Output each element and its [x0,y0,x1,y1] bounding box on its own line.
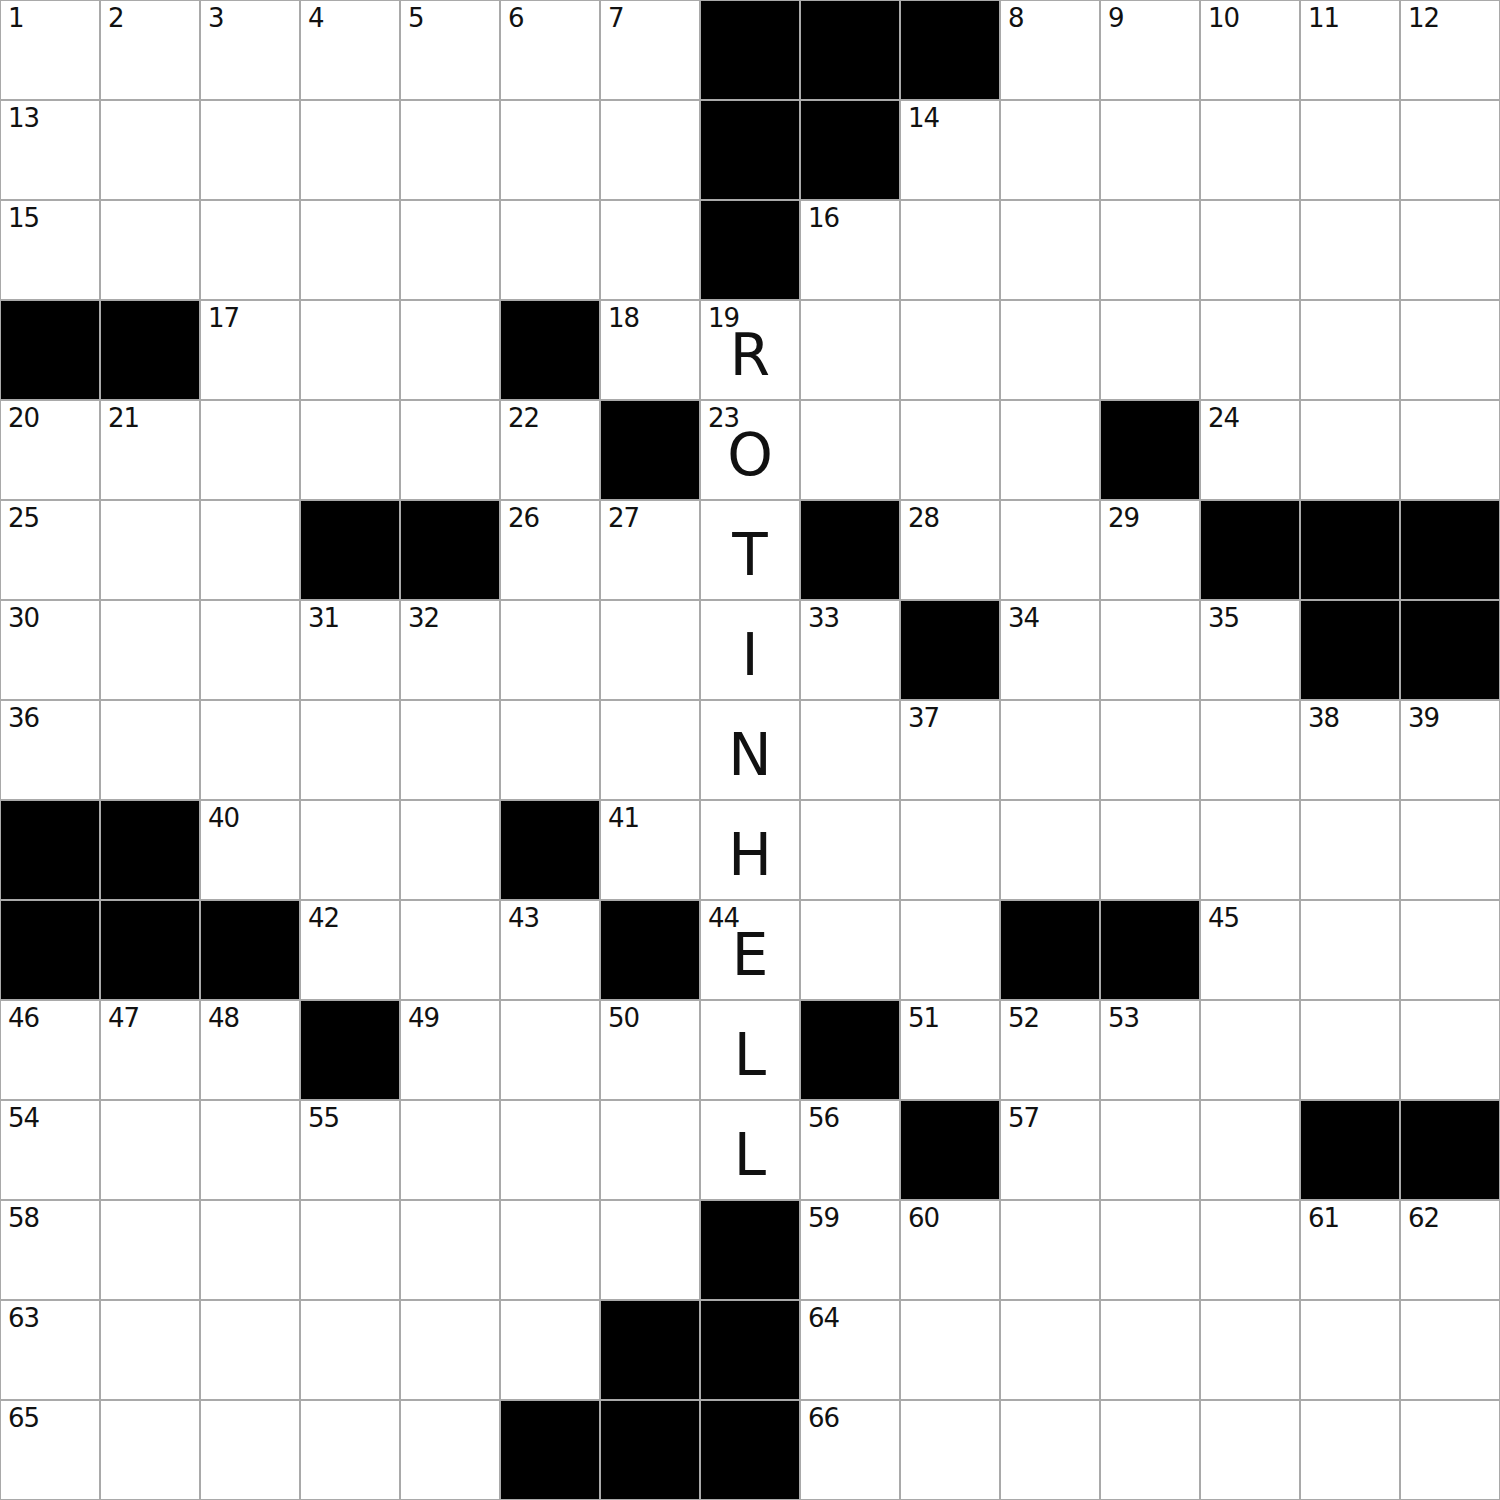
black-cell-r4c2 [100,300,200,400]
clue-number-39: 39 [1408,704,1439,733]
cell-r5c15[interactable] [1400,400,1500,500]
cell-r5c3[interactable] [200,400,300,500]
cell-r5c6[interactable]: 22 [500,400,600,500]
cell-r3c12[interactable] [1100,200,1200,300]
cell-r13c9[interactable]: 59 [800,1200,900,1300]
black-cell-r1c9 [800,0,900,100]
clue-number-31: 31 [308,604,339,633]
clue-number-59: 59 [808,1204,839,1233]
cell-r7c13[interactable]: 35 [1200,600,1300,700]
clue-number-57: 57 [1008,1104,1039,1133]
clue-number-51: 51 [908,1004,939,1033]
cell-r11c1[interactable]: 46 [0,1000,100,1100]
cell-r9c10[interactable] [900,800,1000,900]
cell-r4c4[interactable] [300,300,400,400]
cell-r14c11[interactable] [1000,1300,1100,1400]
cell-r8c13[interactable] [1200,700,1300,800]
black-cell-r10c1 [0,900,100,1000]
cell-r1c7[interactable]: 7 [600,0,700,100]
clue-number-56: 56 [808,1104,839,1133]
clue-number-12: 12 [1408,4,1439,33]
cell-r2c2[interactable] [100,100,200,200]
cell-r6c12[interactable]: 29 [1100,500,1200,600]
clue-number-47: 47 [108,1004,139,1033]
cell-r15c12[interactable] [1100,1400,1200,1500]
cell-r15c4[interactable] [300,1400,400,1500]
cell-r1c5[interactable]: 5 [400,0,500,100]
cell-r5c4[interactable] [300,400,400,500]
black-cell-r1c8 [700,0,800,100]
cell-r3c9[interactable]: 16 [800,200,900,300]
black-cell-r5c7 [600,400,700,500]
cell-r13c7[interactable] [600,1200,700,1300]
cell-r12c6[interactable] [500,1100,600,1200]
cell-r4c11[interactable] [1000,300,1100,400]
cell-r12c4[interactable]: 55 [300,1100,400,1200]
cell-r15c3[interactable] [200,1400,300,1500]
cell-r7c5[interactable]: 32 [400,600,500,700]
cell-r8c2[interactable] [100,700,200,800]
cell-r9c7[interactable]: 41 [600,800,700,900]
cell-r15c13[interactable] [1200,1400,1300,1500]
cell-r10c5[interactable] [400,900,500,1000]
cell-letter-L: L [734,1116,766,1184]
black-cell-r10c3 [200,900,300,1000]
cell-r1c3[interactable]: 3 [200,0,300,100]
black-cell-r4c1 [0,300,100,400]
black-cell-r6c15 [1400,500,1500,600]
cell-r3c14[interactable] [1300,200,1400,300]
clue-number-41: 41 [608,804,639,833]
cell-r2c4[interactable] [300,100,400,200]
cell-r5c2[interactable]: 21 [100,400,200,500]
cell-r1c2[interactable]: 2 [100,0,200,100]
black-cell-r9c2 [100,800,200,900]
cell-r8c7[interactable] [600,700,700,800]
black-cell-r9c1 [0,800,100,900]
cell-r12c7[interactable] [600,1100,700,1200]
black-cell-r7c10 [900,600,1000,700]
cell-r12c9[interactable]: 56 [800,1100,900,1200]
cell-r14c5[interactable] [400,1300,500,1400]
cell-r6c6[interactable]: 26 [500,500,600,600]
clue-number-49: 49 [408,1004,439,1033]
cell-letter-H: H [728,816,772,884]
cell-r8c3[interactable] [200,700,300,800]
clue-number-32: 32 [408,604,439,633]
cell-r4c13[interactable] [1200,300,1300,400]
clue-number-60: 60 [908,1204,939,1233]
cell-r10c10[interactable] [900,900,1000,1000]
cell-r2c15[interactable] [1400,100,1500,200]
cell-r14c2[interactable] [100,1300,200,1400]
cell-r2c14[interactable] [1300,100,1400,200]
clue-number-38: 38 [1308,704,1339,733]
cell-r15c10[interactable] [900,1400,1000,1500]
black-cell-r7c14 [1300,600,1400,700]
black-cell-r14c8 [700,1300,800,1400]
cell-r13c2[interactable] [100,1200,200,1300]
cell-r1c4[interactable]: 4 [300,0,400,100]
clue-number-17: 17 [208,304,239,333]
cell-r3c13[interactable] [1200,200,1300,300]
cell-r5c10[interactable] [900,400,1000,500]
clue-number-28: 28 [908,504,939,533]
black-cell-r10c2 [100,900,200,1000]
cell-r13c1[interactable]: 58 [0,1200,100,1300]
clue-number-40: 40 [208,804,239,833]
cell-r2c13[interactable] [1200,100,1300,200]
cell-r12c11[interactable]: 57 [1000,1100,1100,1200]
clue-number-44: 44 [708,904,739,933]
cell-r6c10[interactable]: 28 [900,500,1000,600]
cell-r11c11[interactable]: 52 [1000,1000,1100,1100]
clue-number-61: 61 [1308,1204,1339,1233]
cell-r2c1[interactable]: 13 [0,100,100,200]
cell-letter-N: N [728,716,771,784]
clue-number-43: 43 [508,904,539,933]
cell-r3c10[interactable] [900,200,1000,300]
cell-r11c3[interactable]: 48 [200,1000,300,1100]
black-cell-r7c15 [1400,600,1500,700]
clue-number-9: 9 [1108,4,1124,33]
clue-number-46: 46 [8,1004,39,1033]
black-cell-r6c13 [1200,500,1300,600]
clue-number-1: 1 [8,4,24,33]
black-cell-r12c10 [900,1100,1000,1200]
cell-r14c3[interactable] [200,1300,300,1400]
cell-r8c6[interactable] [500,700,600,800]
cell-r10c14[interactable] [1300,900,1400,1000]
cell-r13c14[interactable]: 61 [1300,1200,1400,1300]
cell-r2c6[interactable] [500,100,600,200]
black-cell-r6c4 [300,500,400,600]
cell-r2c3[interactable] [200,100,300,200]
clue-number-10: 10 [1208,4,1239,33]
clue-number-29: 29 [1108,504,1139,533]
cell-r11c5[interactable]: 49 [400,1000,500,1100]
black-cell-r12c15 [1400,1100,1500,1200]
clue-number-33: 33 [808,604,839,633]
cell-r1c1[interactable]: 1 [0,0,100,100]
cell-r2c7[interactable] [600,100,700,200]
cell-r13c10[interactable]: 60 [900,1200,1000,1300]
cell-r7c6[interactable] [500,600,600,700]
clue-number-45: 45 [1208,904,1239,933]
cell-r5c13[interactable]: 24 [1200,400,1300,500]
cell-r4c3[interactable]: 17 [200,300,300,400]
cell-r1c6[interactable]: 6 [500,0,600,100]
black-cell-r14c7 [600,1300,700,1400]
cell-r15c5[interactable] [400,1400,500,1500]
cell-r10c8[interactable]: 44E [700,900,800,1000]
cell-r9c14[interactable] [1300,800,1400,900]
black-cell-r6c5 [400,500,500,600]
black-cell-r15c7 [600,1400,700,1500]
cell-r14c9[interactable]: 64 [800,1300,900,1400]
clue-number-6: 6 [508,4,524,33]
cell-r4c14[interactable] [1300,300,1400,400]
cell-r8c11[interactable] [1000,700,1100,800]
cell-r11c7[interactable]: 50 [600,1000,700,1100]
cell-r13c13[interactable] [1200,1200,1300,1300]
black-cell-r10c12 [1100,900,1200,1000]
cell-r14c4[interactable] [300,1300,400,1400]
clue-number-4: 4 [308,4,324,33]
cell-r5c5[interactable] [400,400,500,500]
cell-r8c4[interactable] [300,700,400,800]
cell-r14c1[interactable]: 63 [0,1300,100,1400]
cell-r8c15[interactable]: 39 [1400,700,1500,800]
cell-r7c8[interactable]: I [700,600,800,700]
cell-r6c1[interactable]: 25 [0,500,100,600]
cell-r9c9[interactable] [800,800,900,900]
cell-r15c1[interactable]: 65 [0,1400,100,1500]
cell-r13c15[interactable]: 62 [1400,1200,1500,1300]
black-cell-r10c11 [1000,900,1100,1000]
black-cell-r12c14 [1300,1100,1400,1200]
crossword-board: 12345678910111213141516171819R20212223O2… [0,0,1500,1500]
black-cell-r5c12 [1100,400,1200,500]
cell-r6c3[interactable] [200,500,300,600]
black-cell-r13c8 [700,1200,800,1300]
cell-r12c5[interactable] [400,1100,500,1200]
clue-number-13: 13 [8,104,39,133]
cell-r15c14[interactable] [1300,1400,1400,1500]
cell-r11c15[interactable] [1400,1000,1500,1100]
cell-r15c11[interactable] [1000,1400,1100,1500]
black-cell-r15c8 [700,1400,800,1500]
black-cell-r6c9 [800,500,900,600]
cell-r7c1[interactable]: 30 [0,600,100,700]
cell-r14c13[interactable] [1200,1300,1300,1400]
clue-number-26: 26 [508,504,539,533]
cell-r9c13[interactable] [1200,800,1300,900]
cell-r6c11[interactable] [1000,500,1100,600]
cell-r4c5[interactable] [400,300,500,400]
cell-r5c14[interactable] [1300,400,1400,500]
cell-r4c10[interactable] [900,300,1000,400]
cell-r7c4[interactable]: 31 [300,600,400,700]
cell-r6c2[interactable] [100,500,200,600]
cell-r9c11[interactable] [1000,800,1100,900]
black-cell-r11c9 [800,1000,900,1100]
cell-r10c13[interactable]: 45 [1200,900,1300,1000]
black-cell-r4c6 [500,300,600,400]
cell-r7c11[interactable]: 34 [1000,600,1100,700]
cell-r5c1[interactable]: 20 [0,400,100,500]
cell-r10c4[interactable]: 42 [300,900,400,1000]
clue-number-30: 30 [8,604,39,633]
clue-number-7: 7 [608,4,624,33]
clue-number-54: 54 [8,1104,39,1133]
cell-r6c7[interactable]: 27 [600,500,700,600]
black-cell-r3c8 [700,200,800,300]
clue-number-11: 11 [1308,4,1339,33]
cell-r11c6[interactable] [500,1000,600,1100]
clue-number-18: 18 [608,304,639,333]
clue-number-63: 63 [8,1304,39,1333]
cell-r3c2[interactable] [100,200,200,300]
cell-r5c8[interactable]: 23O [700,400,800,500]
cell-r13c5[interactable] [400,1200,500,1300]
clue-number-15: 15 [8,204,39,233]
cell-r9c15[interactable] [1400,800,1500,900]
cell-r13c3[interactable] [200,1200,300,1300]
cell-r8c9[interactable] [800,700,900,800]
cell-letter-L: L [734,1016,766,1084]
cell-r9c8[interactable]: H [700,800,800,900]
cell-r12c13[interactable] [1200,1100,1300,1200]
clue-number-35: 35 [1208,604,1239,633]
black-cell-r1c10 [900,0,1000,100]
cell-r11c12[interactable]: 53 [1100,1000,1200,1100]
cell-r1c12[interactable]: 9 [1100,0,1200,100]
clue-number-24: 24 [1208,404,1239,433]
clue-number-21: 21 [108,404,139,433]
cell-r1c11[interactable]: 8 [1000,0,1100,100]
cell-r3c4[interactable] [300,200,400,300]
cell-r15c2[interactable] [100,1400,200,1500]
clue-number-23: 23 [708,404,739,433]
cell-r4c12[interactable] [1100,300,1200,400]
clue-number-65: 65 [8,1404,39,1433]
clue-number-37: 37 [908,704,939,733]
black-cell-r9c6 [500,800,600,900]
cell-r13c4[interactable] [300,1200,400,1300]
clue-number-53: 53 [1108,1004,1139,1033]
cell-r6c8[interactable]: T [700,500,800,600]
cell-r5c9[interactable] [800,400,900,500]
cell-r1c14[interactable]: 11 [1300,0,1400,100]
clue-number-50: 50 [608,1004,639,1033]
clue-number-20: 20 [8,404,39,433]
clue-number-19: 19 [708,304,739,333]
cell-r3c11[interactable] [1000,200,1100,300]
cell-r12c8[interactable]: L [700,1100,800,1200]
cell-r3c7[interactable] [600,200,700,300]
cell-r8c1[interactable]: 36 [0,700,100,800]
cell-r11c2[interactable]: 47 [100,1000,200,1100]
cell-r13c12[interactable] [1100,1200,1200,1300]
cell-r12c12[interactable] [1100,1100,1200,1200]
cell-r8c10[interactable]: 37 [900,700,1000,800]
cell-r15c15[interactable] [1400,1400,1500,1500]
black-cell-r11c4 [300,1000,400,1100]
clue-number-55: 55 [308,1104,339,1133]
clue-number-58: 58 [8,1204,39,1233]
cell-r11c10[interactable]: 51 [900,1000,1000,1100]
cell-r14c10[interactable] [900,1300,1000,1400]
cell-r13c6[interactable] [500,1200,600,1300]
cell-r4c9[interactable] [800,300,900,400]
cell-r9c12[interactable] [1100,800,1200,900]
cell-r9c5[interactable] [400,800,500,900]
clue-number-48: 48 [208,1004,239,1033]
clue-number-66: 66 [808,1404,839,1433]
cell-r1c13[interactable]: 10 [1200,0,1300,100]
black-cell-r10c7 [600,900,700,1000]
clue-number-36: 36 [8,704,39,733]
cell-r4c7[interactable]: 18 [600,300,700,400]
cell-r10c6[interactable]: 43 [500,900,600,1000]
cell-r8c14[interactable]: 38 [1300,700,1400,800]
clue-number-8: 8 [1008,4,1024,33]
cell-r9c4[interactable] [300,800,400,900]
cell-r10c15[interactable] [1400,900,1500,1000]
cell-r14c6[interactable] [500,1300,600,1400]
cell-r14c12[interactable] [1100,1300,1200,1400]
black-cell-r2c9 [800,100,900,200]
cell-r2c12[interactable] [1100,100,1200,200]
cell-r7c12[interactable] [1100,600,1200,700]
cell-r8c12[interactable] [1100,700,1200,800]
cell-r15c9[interactable]: 66 [800,1400,900,1500]
cell-r3c1[interactable]: 15 [0,200,100,300]
cell-r7c9[interactable]: 33 [800,600,900,700]
cell-letter-T: T [732,516,767,584]
cell-r11c13[interactable] [1200,1000,1300,1100]
clue-number-42: 42 [308,904,339,933]
cell-r2c10[interactable]: 14 [900,100,1000,200]
cell-r3c15[interactable] [1400,200,1500,300]
clue-number-64: 64 [808,1304,839,1333]
clue-number-34: 34 [1008,604,1039,633]
cell-r9c3[interactable]: 40 [200,800,300,900]
cell-r14c15[interactable] [1400,1300,1500,1400]
cell-r2c11[interactable] [1000,100,1100,200]
clue-number-25: 25 [8,504,39,533]
black-cell-r2c8 [700,100,800,200]
cell-r4c15[interactable] [1400,300,1500,400]
clue-number-3: 3 [208,4,224,33]
cell-r7c3[interactable] [200,600,300,700]
clue-number-22: 22 [508,404,539,433]
cell-r8c8[interactable]: N [700,700,800,800]
clue-number-62: 62 [1408,1204,1439,1233]
cell-r3c6[interactable] [500,200,600,300]
cell-r3c5[interactable] [400,200,500,300]
clue-number-2: 2 [108,4,124,33]
cell-r5c11[interactable] [1000,400,1100,500]
cell-r8c5[interactable] [400,700,500,800]
cell-r2c5[interactable] [400,100,500,200]
cell-r12c2[interactable] [100,1100,200,1200]
cell-letter-I: I [741,616,758,684]
clue-number-52: 52 [1008,1004,1039,1033]
cell-r1c15[interactable]: 12 [1400,0,1500,100]
cell-r11c14[interactable] [1300,1000,1400,1100]
cell-r7c7[interactable] [600,600,700,700]
cell-r10c9[interactable] [800,900,900,1000]
clue-number-16: 16 [808,204,839,233]
cell-r7c2[interactable] [100,600,200,700]
clue-number-27: 27 [608,504,639,533]
cell-r3c3[interactable] [200,200,300,300]
black-cell-r6c14 [1300,500,1400,600]
cell-r13c11[interactable] [1000,1200,1100,1300]
cell-r12c3[interactable] [200,1100,300,1200]
cell-r12c1[interactable]: 54 [0,1100,100,1200]
cell-r4c8[interactable]: 19R [700,300,800,400]
black-cell-r15c6 [500,1400,600,1500]
cell-r11c8[interactable]: L [700,1000,800,1100]
cell-r14c14[interactable] [1300,1300,1400,1400]
clue-number-14: 14 [908,104,939,133]
clue-number-5: 5 [408,4,424,33]
